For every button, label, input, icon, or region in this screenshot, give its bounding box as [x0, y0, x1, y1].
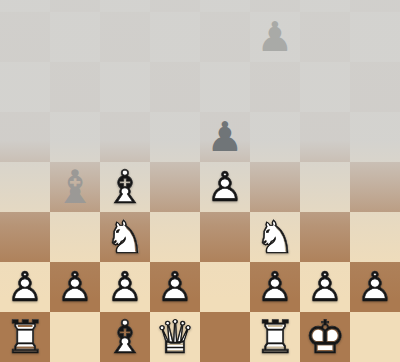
square-h7[interactable] [350, 12, 400, 62]
knight-glyph-outline: ♘ [250, 212, 300, 262]
piece-white-king-g1[interactable]: ♚♔ [300, 312, 350, 362]
chess-board[interactable]: ♟♟♝♝♗♟♙♞♘♞♘♟♙♟♙♟♙♟♙♟♙♟♙♟♙♜♖♝♗♛♕♜♖♚♔ [0, 0, 400, 362]
square-g7[interactable] [300, 12, 350, 62]
square-g5[interactable] [300, 112, 350, 162]
square-d7[interactable] [150, 12, 200, 62]
pawn-glyph-outline: ♙ [50, 262, 100, 312]
pawn-glyph-outline: ♙ [100, 262, 150, 312]
square-a5[interactable] [0, 112, 50, 162]
bishop-glyph-outline: ♗ [100, 162, 150, 212]
piece-white-pawn-c2[interactable]: ♟♙ [100, 262, 150, 312]
square-b8[interactable] [50, 0, 100, 12]
square-h4[interactable] [350, 162, 400, 212]
bishop-glyph-silhouette: ♝ [50, 162, 100, 212]
square-a7[interactable] [0, 12, 50, 62]
square-a6[interactable] [0, 62, 50, 112]
square-b7[interactable] [50, 12, 100, 62]
square-c7[interactable] [100, 12, 150, 62]
square-h3[interactable] [350, 212, 400, 262]
square-g8[interactable] [300, 0, 350, 12]
square-e6[interactable] [200, 62, 250, 112]
square-b1[interactable] [50, 312, 100, 362]
square-h8[interactable] [350, 0, 400, 12]
square-e1[interactable] [200, 312, 250, 362]
square-f8[interactable] [250, 0, 300, 12]
piece-white-pawn-d2[interactable]: ♟♙ [150, 262, 200, 312]
piece-white-pawn-h2[interactable]: ♟♙ [350, 262, 400, 312]
square-b6[interactable] [50, 62, 100, 112]
pawn-glyph-outline: ♙ [350, 262, 400, 312]
square-g3[interactable] [300, 212, 350, 262]
square-a3[interactable] [0, 212, 50, 262]
square-a8[interactable] [0, 0, 50, 12]
piece-black-pawn-f7[interactable]: ♟ [250, 12, 300, 62]
square-h1[interactable] [350, 312, 400, 362]
pawn-glyph-outline: ♙ [250, 262, 300, 312]
square-c5[interactable] [100, 112, 150, 162]
piece-white-knight-c3[interactable]: ♞♘ [100, 212, 150, 262]
square-b5[interactable] [50, 112, 100, 162]
pawn-glyph-silhouette: ♟ [200, 112, 250, 162]
piece-white-rook-a1[interactable]: ♜♖ [0, 312, 50, 362]
square-g6[interactable] [300, 62, 350, 112]
piece-black-bishop-b4[interactable]: ♝ [50, 162, 100, 212]
pawn-glyph-outline: ♙ [0, 262, 50, 312]
piece-white-pawn-a2[interactable]: ♟♙ [0, 262, 50, 312]
piece-white-queen-d1[interactable]: ♛♕ [150, 312, 200, 362]
chess-app-viewport: ♟♟♝♝♗♟♙♞♘♞♘♟♙♟♙♟♙♟♙♟♙♟♙♟♙♜♖♝♗♛♕♜♖♚♔ [0, 0, 400, 362]
square-h6[interactable] [350, 62, 400, 112]
square-f6[interactable] [250, 62, 300, 112]
bishop-glyph-outline: ♗ [100, 312, 150, 362]
square-f4[interactable] [250, 162, 300, 212]
square-d5[interactable] [150, 112, 200, 162]
piece-white-pawn-e4[interactable]: ♟♙ [200, 162, 250, 212]
square-d4[interactable] [150, 162, 200, 212]
square-e2[interactable] [200, 262, 250, 312]
piece-white-rook-f1[interactable]: ♜♖ [250, 312, 300, 362]
pawn-glyph-outline: ♙ [300, 262, 350, 312]
square-d8[interactable] [150, 0, 200, 12]
square-e3[interactable] [200, 212, 250, 262]
square-h5[interactable] [350, 112, 400, 162]
piece-black-pawn-e5[interactable]: ♟ [200, 112, 250, 162]
square-e7[interactable] [200, 12, 250, 62]
square-c8[interactable] [100, 0, 150, 12]
piece-white-knight-f3[interactable]: ♞♘ [250, 212, 300, 262]
queen-glyph-outline: ♕ [150, 312, 200, 362]
piece-white-bishop-c4[interactable]: ♝♗ [100, 162, 150, 212]
square-c6[interactable] [100, 62, 150, 112]
rook-glyph-outline: ♖ [0, 312, 50, 362]
square-d6[interactable] [150, 62, 200, 112]
square-g4[interactable] [300, 162, 350, 212]
rook-glyph-outline: ♖ [250, 312, 300, 362]
piece-white-bishop-c1[interactable]: ♝♗ [100, 312, 150, 362]
piece-white-pawn-f2[interactable]: ♟♙ [250, 262, 300, 312]
square-d3[interactable] [150, 212, 200, 262]
pawn-glyph-silhouette: ♟ [250, 12, 300, 62]
piece-white-pawn-b2[interactable]: ♟♙ [50, 262, 100, 312]
square-e8[interactable] [200, 0, 250, 12]
pawn-glyph-outline: ♙ [150, 262, 200, 312]
king-glyph-outline: ♔ [300, 312, 350, 362]
piece-white-pawn-g2[interactable]: ♟♙ [300, 262, 350, 312]
square-b3[interactable] [50, 212, 100, 262]
pawn-glyph-outline: ♙ [200, 162, 250, 212]
square-a4[interactable] [0, 162, 50, 212]
square-f5[interactable] [250, 112, 300, 162]
knight-glyph-outline: ♘ [100, 212, 150, 262]
